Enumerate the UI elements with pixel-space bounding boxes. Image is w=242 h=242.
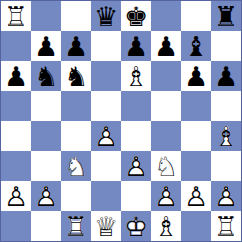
black-queen: ♛ bbox=[91, 1, 121, 31]
square-f8[interactable] bbox=[151, 1, 181, 31]
white-rook: ♜♖ bbox=[211, 211, 241, 241]
black-pawn: ♟ bbox=[121, 31, 151, 61]
square-b1[interactable] bbox=[31, 211, 61, 241]
square-c6[interactable]: ♞ bbox=[61, 61, 91, 91]
white-knight-outline: ♘ bbox=[151, 151, 181, 181]
black-bishop-glyph: ♝ bbox=[181, 31, 211, 61]
square-a6[interactable]: ♟ bbox=[1, 61, 31, 91]
square-d5[interactable] bbox=[91, 91, 121, 121]
square-e1[interactable]: ♚♔ bbox=[121, 211, 151, 241]
square-b8[interactable] bbox=[31, 1, 61, 31]
white-queen-outline: ♕ bbox=[91, 211, 121, 241]
black-pawn-glyph: ♟ bbox=[121, 31, 151, 61]
square-e3[interactable]: ♟♙ bbox=[121, 151, 151, 181]
black-knight: ♞ bbox=[31, 61, 61, 91]
square-e2[interactable] bbox=[121, 181, 151, 211]
square-f3[interactable]: ♞♘ bbox=[151, 151, 181, 181]
black-knight-glyph: ♞ bbox=[61, 61, 91, 91]
square-d6[interactable] bbox=[91, 61, 121, 91]
square-f4[interactable] bbox=[151, 121, 181, 151]
square-h7[interactable] bbox=[211, 31, 241, 61]
square-g7[interactable]: ♝ bbox=[181, 31, 211, 61]
square-d3[interactable] bbox=[91, 151, 121, 181]
square-e7[interactable]: ♟ bbox=[121, 31, 151, 61]
black-pawn: ♟ bbox=[181, 61, 211, 91]
black-bishop: ♝ bbox=[181, 31, 211, 61]
square-f7[interactable]: ♟ bbox=[151, 31, 181, 61]
black-pawn-glyph: ♟ bbox=[61, 31, 91, 61]
white-rook-outline: ♖ bbox=[61, 211, 91, 241]
black-pawn-glyph: ♟ bbox=[151, 31, 181, 61]
white-pawn-outline: ♙ bbox=[31, 181, 61, 211]
white-pawn-outline: ♙ bbox=[211, 181, 241, 211]
square-b4[interactable] bbox=[31, 121, 61, 151]
white-bishop: ♝♗ bbox=[151, 211, 181, 241]
white-knight: ♞♘ bbox=[61, 151, 91, 181]
square-a3[interactable] bbox=[1, 151, 31, 181]
white-pawn-outline: ♙ bbox=[151, 181, 181, 211]
square-f6[interactable] bbox=[151, 61, 181, 91]
square-c8[interactable] bbox=[61, 1, 91, 31]
white-knight: ♞♘ bbox=[151, 151, 181, 181]
white-king: ♚♔ bbox=[121, 211, 151, 241]
square-g2[interactable]: ♟♙ bbox=[181, 181, 211, 211]
white-rook: ♜♖ bbox=[1, 1, 31, 31]
white-rook: ♜♖ bbox=[61, 211, 91, 241]
square-b2[interactable]: ♟♙ bbox=[31, 181, 61, 211]
square-h4[interactable]: ♝♗ bbox=[211, 121, 241, 151]
square-a7[interactable] bbox=[1, 31, 31, 61]
white-bishop-outline: ♗ bbox=[121, 61, 151, 91]
black-knight-glyph: ♞ bbox=[31, 61, 61, 91]
white-bishop: ♝♗ bbox=[121, 61, 151, 91]
square-c4[interactable] bbox=[61, 121, 91, 151]
square-c5[interactable] bbox=[61, 91, 91, 121]
chess-board: ♜♖♛♚♜♟♟♟♟♝♟♞♞♝♗♟♟♟♙♝♗♞♘♟♙♞♘♟♙♟♙♟♙♟♙♟♙♜♖♛… bbox=[0, 0, 242, 242]
square-a4[interactable] bbox=[1, 121, 31, 151]
black-pawn-glyph: ♟ bbox=[31, 31, 61, 61]
square-g4[interactable] bbox=[181, 121, 211, 151]
white-pawn-outline: ♙ bbox=[121, 151, 151, 181]
square-c3[interactable]: ♞♘ bbox=[61, 151, 91, 181]
white-pawn: ♟♙ bbox=[151, 181, 181, 211]
square-b7[interactable]: ♟ bbox=[31, 31, 61, 61]
square-c2[interactable] bbox=[61, 181, 91, 211]
square-b3[interactable] bbox=[31, 151, 61, 181]
square-h1[interactable]: ♜♖ bbox=[211, 211, 241, 241]
white-rook-outline: ♖ bbox=[211, 211, 241, 241]
square-a8[interactable]: ♜♖ bbox=[1, 1, 31, 31]
square-h3[interactable] bbox=[211, 151, 241, 181]
white-pawn-outline: ♙ bbox=[1, 181, 31, 211]
black-pawn: ♟ bbox=[31, 31, 61, 61]
square-a5[interactable] bbox=[1, 91, 31, 121]
black-pawn-glyph: ♟ bbox=[1, 61, 31, 91]
square-e5[interactable] bbox=[121, 91, 151, 121]
square-a1[interactable] bbox=[1, 211, 31, 241]
square-d2[interactable] bbox=[91, 181, 121, 211]
square-d8[interactable]: ♛ bbox=[91, 1, 121, 31]
white-pawn: ♟♙ bbox=[31, 181, 61, 211]
square-f2[interactable]: ♟♙ bbox=[151, 181, 181, 211]
white-bishop-outline: ♗ bbox=[211, 121, 241, 151]
square-g1[interactable] bbox=[181, 211, 211, 241]
white-pawn: ♟♙ bbox=[211, 181, 241, 211]
white-pawn-outline: ♙ bbox=[181, 181, 211, 211]
square-d4[interactable]: ♟♙ bbox=[91, 121, 121, 151]
square-g6[interactable]: ♟ bbox=[181, 61, 211, 91]
square-g5[interactable] bbox=[181, 91, 211, 121]
white-queen: ♛♕ bbox=[91, 211, 121, 241]
white-rook-outline: ♖ bbox=[1, 1, 31, 31]
square-a2[interactable]: ♟♙ bbox=[1, 181, 31, 211]
white-bishop: ♝♗ bbox=[211, 121, 241, 151]
black-pawn: ♟ bbox=[211, 61, 241, 91]
square-g8[interactable] bbox=[181, 1, 211, 31]
white-pawn: ♟♙ bbox=[91, 121, 121, 151]
white-pawn: ♟♙ bbox=[121, 151, 151, 181]
black-pawn: ♟ bbox=[1, 61, 31, 91]
black-king: ♚ bbox=[121, 1, 151, 31]
black-king-glyph: ♚ bbox=[121, 1, 151, 31]
square-f1[interactable]: ♝♗ bbox=[151, 211, 181, 241]
black-pawn: ♟ bbox=[151, 31, 181, 61]
square-c1[interactable]: ♜♖ bbox=[61, 211, 91, 241]
square-e4[interactable] bbox=[121, 121, 151, 151]
square-e6[interactable]: ♝♗ bbox=[121, 61, 151, 91]
black-queen-glyph: ♛ bbox=[91, 1, 121, 31]
white-knight-outline: ♘ bbox=[61, 151, 91, 181]
black-rook-glyph: ♜ bbox=[211, 1, 241, 31]
square-g3[interactable] bbox=[181, 151, 211, 181]
square-d7[interactable] bbox=[91, 31, 121, 61]
white-pawn-outline: ♙ bbox=[91, 121, 121, 151]
square-h2[interactable]: ♟♙ bbox=[211, 181, 241, 211]
square-b5[interactable] bbox=[31, 91, 61, 121]
square-h6[interactable]: ♟ bbox=[211, 61, 241, 91]
square-h5[interactable] bbox=[211, 91, 241, 121]
black-rook: ♜ bbox=[211, 1, 241, 31]
square-h8[interactable]: ♜ bbox=[211, 1, 241, 31]
square-e8[interactable]: ♚ bbox=[121, 1, 151, 31]
white-pawn: ♟♙ bbox=[181, 181, 211, 211]
square-d1[interactable]: ♛♕ bbox=[91, 211, 121, 241]
white-king-outline: ♔ bbox=[121, 211, 151, 241]
black-pawn-glyph: ♟ bbox=[211, 61, 241, 91]
square-c7[interactable]: ♟ bbox=[61, 31, 91, 61]
square-b6[interactable]: ♞ bbox=[31, 61, 61, 91]
black-knight: ♞ bbox=[61, 61, 91, 91]
black-pawn: ♟ bbox=[61, 31, 91, 61]
square-f5[interactable] bbox=[151, 91, 181, 121]
black-pawn-glyph: ♟ bbox=[181, 61, 211, 91]
white-pawn: ♟♙ bbox=[1, 181, 31, 211]
white-bishop-outline: ♗ bbox=[151, 211, 181, 241]
